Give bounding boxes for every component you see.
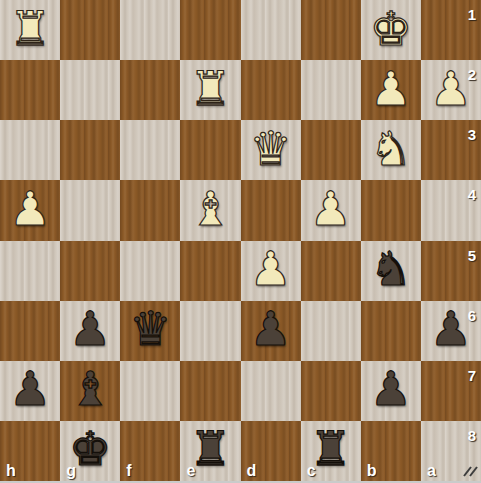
black-rook[interactable]: ♜ [310,425,352,472]
square-b5[interactable]: ♞ [361,241,421,301]
rank-label-8: 8 [468,427,476,444]
white-pawn[interactable]: ♟ [430,65,472,112]
black-knight[interactable]: ♞ [370,245,412,292]
square-a2[interactable]: 2♟ [421,60,481,120]
square-h4[interactable]: ♟ [0,180,60,240]
square-f6[interactable]: ♛ [120,301,180,361]
file-label-d: d [247,462,257,480]
square-a1[interactable]: 1 [421,0,481,60]
square-c2[interactable] [301,60,361,120]
square-g1[interactable] [60,0,120,60]
square-b8[interactable]: b [361,421,421,481]
square-b7[interactable]: ♟ [361,361,421,421]
square-d6[interactable]: ♟ [241,301,301,361]
square-h5[interactable] [0,241,60,301]
square-e1[interactable] [180,0,240,60]
file-label-b: b [367,462,377,480]
square-a7[interactable]: 7 [421,361,481,421]
black-pawn[interactable]: ♟ [249,305,291,352]
rank-label-1: 1 [468,6,476,23]
square-h7[interactable]: ♟ [0,361,60,421]
black-bishop[interactable]: ♝ [69,365,111,412]
square-d4[interactable] [241,180,301,240]
square-d5[interactable]: ♟ [241,241,301,301]
square-c3[interactable] [301,120,361,180]
black-pawn[interactable]: ♟ [430,305,472,352]
square-h6[interactable] [0,301,60,361]
square-h2[interactable] [0,60,60,120]
square-g4[interactable] [60,180,120,240]
square-h1[interactable]: ♜ [0,0,60,60]
square-b4[interactable] [361,180,421,240]
white-pawn[interactable]: ♟ [370,65,412,112]
square-c6[interactable] [301,301,361,361]
white-king[interactable]: ♚ [370,5,412,52]
file-label-a: a [427,462,436,480]
square-c4[interactable]: ♟ [301,180,361,240]
square-b1[interactable]: ♚ [361,0,421,60]
square-g2[interactable] [60,60,120,120]
square-g3[interactable] [60,120,120,180]
square-e6[interactable] [180,301,240,361]
square-a4[interactable]: 4 [421,180,481,240]
square-g7[interactable]: ♝ [60,361,120,421]
black-rook[interactable]: ♜ [189,425,231,472]
white-rook[interactable]: ♜ [189,65,231,112]
black-queen[interactable]: ♛ [129,305,171,352]
square-f3[interactable] [120,120,180,180]
file-label-h: h [6,462,16,480]
square-d3[interactable]: ♛ [241,120,301,180]
square-b2[interactable]: ♟ [361,60,421,120]
white-pawn[interactable]: ♟ [9,185,51,232]
file-label-f: f [126,462,131,480]
rank-label-3: 3 [468,126,476,143]
white-bishop[interactable]: ♝ [189,185,231,232]
rank-label-7: 7 [468,367,476,384]
square-f4[interactable] [120,180,180,240]
square-a6[interactable]: 6♟ [421,301,481,361]
square-g5[interactable] [60,241,120,301]
rank-label-4: 4 [468,186,476,203]
square-b3[interactable]: ♞ [361,120,421,180]
black-king[interactable]: ♚ [69,425,111,472]
square-f5[interactable] [120,241,180,301]
square-a3[interactable]: 3 [421,120,481,180]
square-a5[interactable]: 5 [421,241,481,301]
square-e8[interactable]: e♜ [180,421,240,481]
square-e2[interactable]: ♜ [180,60,240,120]
square-g8[interactable]: g♚ [60,421,120,481]
square-e4[interactable]: ♝ [180,180,240,240]
square-c7[interactable] [301,361,361,421]
square-d2[interactable] [241,60,301,120]
square-g6[interactable]: ♟ [60,301,120,361]
white-knight[interactable]: ♞ [370,125,412,172]
white-queen[interactable]: ♛ [249,125,291,172]
square-e7[interactable] [180,361,240,421]
square-c8[interactable]: c♜ [301,421,361,481]
square-f1[interactable] [120,0,180,60]
rank-label-5: 5 [468,247,476,264]
square-e5[interactable] [180,241,240,301]
square-c1[interactable] [301,0,361,60]
square-h8[interactable]: h [0,421,60,481]
resize-grip-icon[interactable] [462,465,478,478]
square-b6[interactable] [361,301,421,361]
square-f2[interactable] [120,60,180,120]
white-pawn[interactable]: ♟ [249,245,291,292]
black-pawn[interactable]: ♟ [370,365,412,412]
black-pawn[interactable]: ♟ [9,365,51,412]
black-pawn[interactable]: ♟ [69,305,111,352]
square-c5[interactable] [301,241,361,301]
square-d8[interactable]: d [241,421,301,481]
white-pawn[interactable]: ♟ [310,185,352,232]
chess-board: ♜♚1♜♟2♟♛♞3♟♝♟4♟♞5♟♛♟6♟♟♝♟7hg♚fe♜dc♜ba8 [0,0,481,481]
square-h3[interactable] [0,120,60,180]
square-d1[interactable] [241,0,301,60]
square-d7[interactable] [241,361,301,421]
square-f8[interactable]: f [120,421,180,481]
white-rook[interactable]: ♜ [9,5,51,52]
square-f7[interactable] [120,361,180,421]
square-e3[interactable] [180,120,240,180]
